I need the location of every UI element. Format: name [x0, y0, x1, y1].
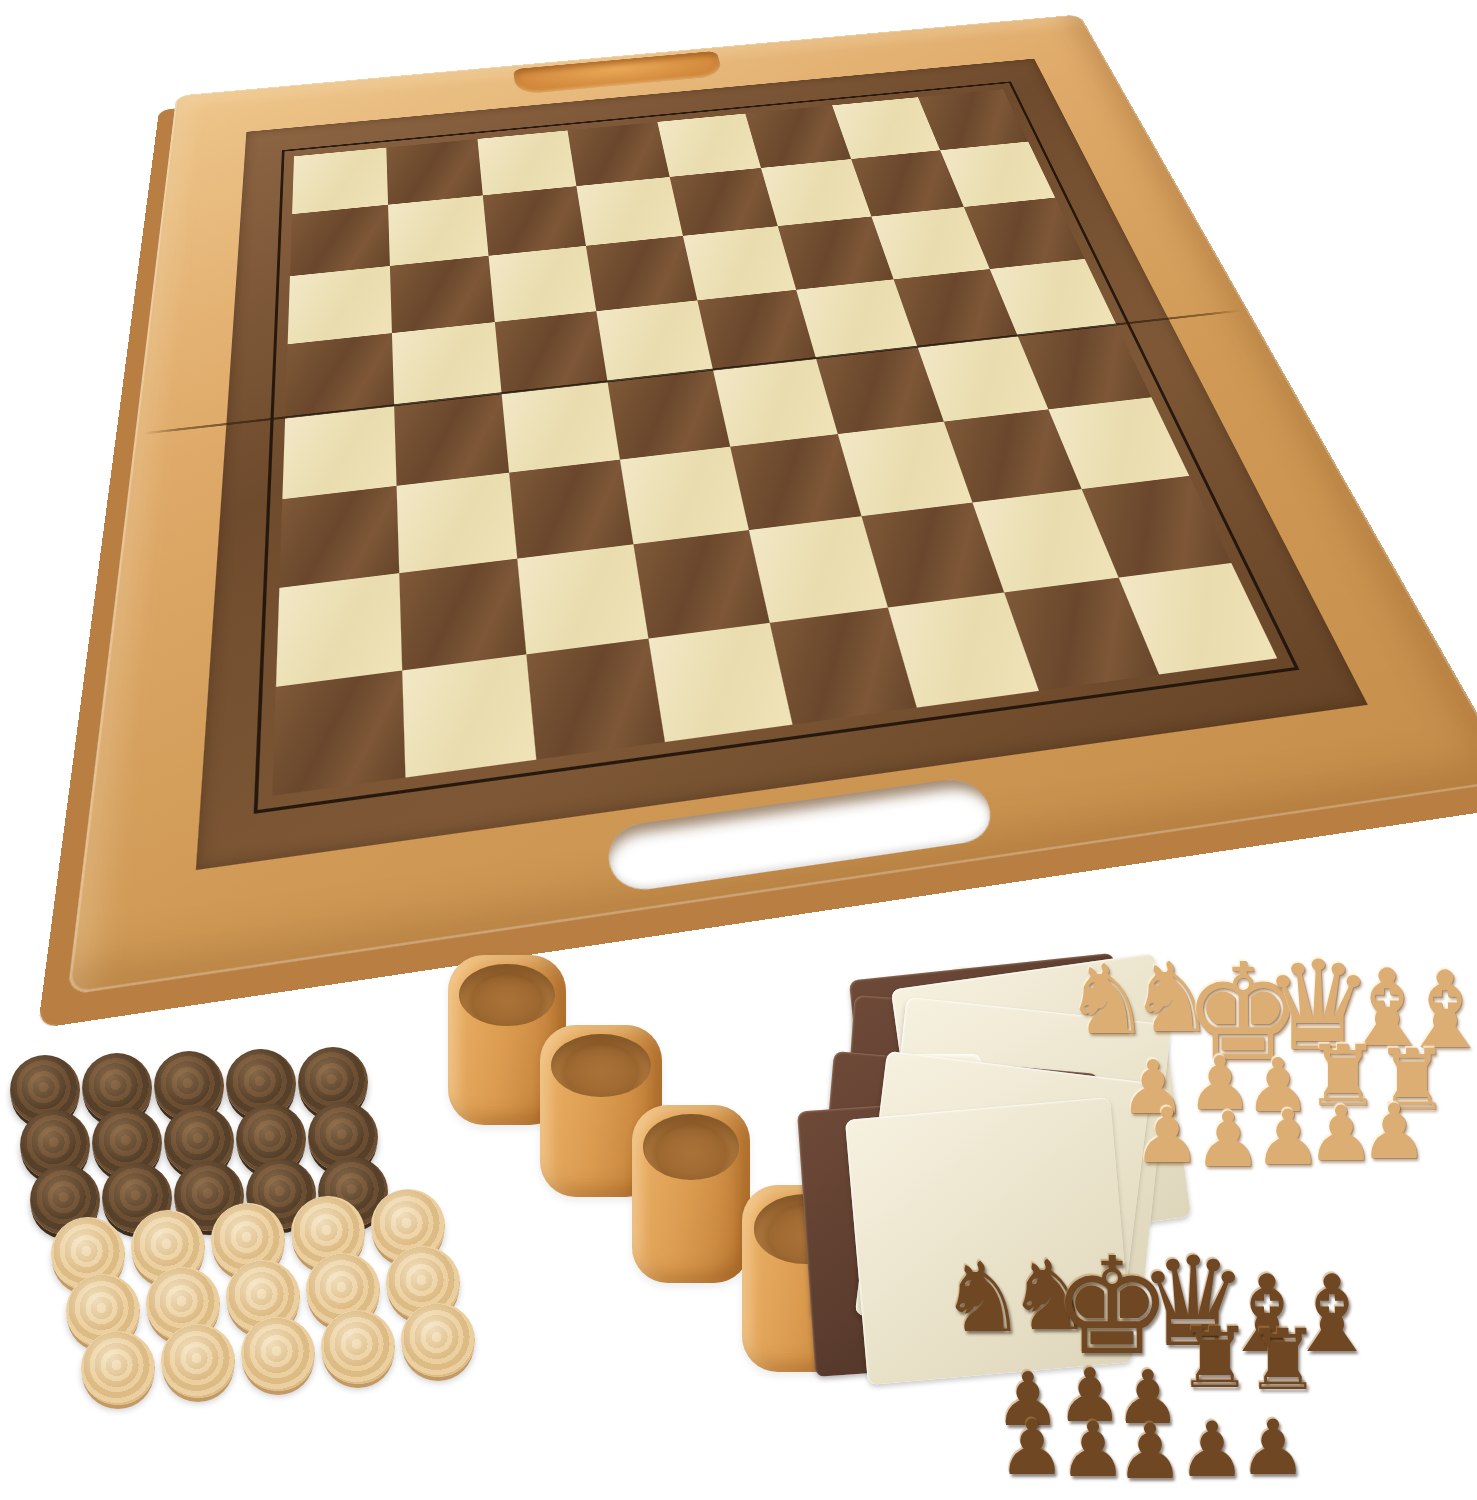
board-square-dark [568, 122, 669, 186]
dice-cup-opening [643, 1114, 740, 1180]
board-square-light [276, 573, 402, 686]
dark-chess-piece-rook: ♜ [1245, 1318, 1320, 1402]
board-square-dark [394, 394, 509, 486]
light-checker-piece [161, 1324, 235, 1398]
board-square-light [502, 382, 620, 472]
dark-chess-piece-rook: ♜ [1177, 1316, 1252, 1400]
light-checker-piece [81, 1331, 155, 1405]
folding-chess-board [67, 14, 1477, 995]
board-square-dark [483, 186, 586, 256]
board-square-light [388, 195, 489, 266]
board-square-dark [669, 168, 777, 236]
board-square-light [282, 406, 396, 499]
board-square-light [682, 226, 795, 300]
light-chess-piece-pawn: ♟ [1133, 1098, 1201, 1174]
light-checker-piece [241, 1317, 315, 1391]
board-square-light [292, 148, 388, 214]
top-handle-recess [513, 51, 723, 95]
board-square-dark [399, 559, 526, 670]
wooden-dice-cup [632, 1105, 750, 1283]
dice-cup-opening [551, 1034, 651, 1098]
light-checker-piece [321, 1310, 395, 1384]
board-square-dark [386, 139, 483, 204]
board-square-dark [634, 530, 769, 638]
board-square-light [657, 114, 761, 177]
board-square-light [288, 266, 392, 344]
board-square-light [478, 130, 577, 195]
light-chess-piece-pawn: ♟ [1194, 1102, 1262, 1178]
board-square-light [402, 654, 536, 778]
board-square-dark [390, 256, 495, 333]
board-square-dark [527, 638, 666, 760]
board-square-light [397, 472, 518, 573]
product-photo-stage: 16 32 64 8 ♞♞♚♛♝♝♜♜♟♟♟♟♟♟♟♟ ♞♞♚♛♝♝♜♜♟♟♟♟… [0, 0, 1477, 1500]
board-square-light [489, 246, 597, 322]
board-square-dark [279, 485, 399, 587]
board-square-dark [509, 459, 634, 558]
board-square-dark [608, 370, 730, 459]
board-square-dark [290, 204, 390, 276]
dark-chess-piece-pawn: ♟ [1178, 1412, 1246, 1488]
dark-chess-piece-pawn: ♟ [1239, 1410, 1307, 1486]
board-square-light [620, 446, 748, 544]
dice-cup-opening [459, 964, 556, 1027]
board-square-dark [586, 236, 697, 311]
board-square-light [577, 177, 683, 246]
board-square-light [649, 622, 792, 742]
board-square-dark [272, 670, 405, 796]
light-checker-piece [401, 1303, 475, 1377]
dark-chess-piece-pawn: ♟ [998, 1410, 1066, 1486]
board-square-light [518, 544, 649, 654]
dark-chess-piece-pawn: ♟ [1116, 1414, 1184, 1490]
light-chess-piece-pawn: ♟ [1360, 1094, 1428, 1170]
